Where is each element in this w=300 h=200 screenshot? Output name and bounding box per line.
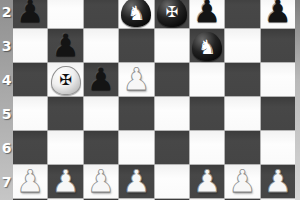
square[interactable]: ♟ [225, 165, 259, 198]
square[interactable] [13, 97, 47, 130]
square[interactable] [13, 63, 47, 96]
square[interactable] [119, 199, 153, 200]
square[interactable]: ♟ [261, 0, 295, 28]
square[interactable]: ♟ [13, 165, 47, 198]
black-knight-piece[interactable]: ♞ [192, 32, 222, 61]
square[interactable] [13, 29, 47, 62]
square[interactable] [261, 29, 295, 62]
chess-board-app: 234567 ♟♞✠♟♟♟♞✠♟♟♟♟♟♟♟♟♟ [0, 0, 300, 200]
square[interactable]: ♟ [119, 165, 153, 198]
horse-emblem-icon: ♞ [127, 3, 145, 23]
square[interactable] [119, 131, 153, 164]
square[interactable] [84, 199, 118, 200]
white-pawn-piece[interactable]: ♟ [122, 63, 150, 96]
square[interactable]: ♟ [190, 165, 224, 198]
black-knight-piece[interactable]: ♞ [121, 0, 151, 27]
square[interactable]: ♟ [84, 165, 118, 198]
chess-board: ♟♞✠♟♟♟♞✠♟♟♟♟♟♟♟♟♟ [13, 0, 295, 200]
square[interactable] [261, 131, 295, 164]
square[interactable] [48, 97, 82, 130]
white-pawn-piece[interactable]: ♟ [193, 165, 221, 198]
white-pawn-piece[interactable]: ♟ [122, 165, 150, 198]
square[interactable]: ♟ [48, 29, 82, 62]
square[interactable] [84, 0, 118, 28]
square[interactable]: ♟ [190, 0, 224, 28]
square[interactable] [155, 131, 189, 164]
rank-label-7: 7 [0, 174, 13, 190]
board-right-frame [295, 0, 300, 200]
square[interactable] [119, 29, 153, 62]
rank-label-5: 5 [0, 106, 13, 122]
white-bishop-piece[interactable]: ✠ [51, 66, 81, 95]
rank-label-4: 4 [0, 72, 13, 88]
square[interactable] [155, 199, 189, 200]
square[interactable] [155, 97, 189, 130]
square[interactable] [261, 97, 295, 130]
square[interactable] [119, 97, 153, 130]
white-pawn-piece[interactable]: ♟ [229, 165, 257, 198]
square[interactable] [225, 29, 259, 62]
square[interactable] [155, 63, 189, 96]
square[interactable] [225, 199, 259, 200]
square[interactable] [155, 165, 189, 198]
square[interactable] [225, 131, 259, 164]
black-pawn-piece[interactable]: ♟ [87, 63, 115, 96]
square[interactable] [225, 63, 259, 96]
square[interactable] [84, 131, 118, 164]
square[interactable] [84, 97, 118, 130]
square[interactable]: ♟ [13, 0, 47, 28]
square[interactable]: ♟ [48, 165, 82, 198]
black-pawn-piece[interactable]: ♟ [52, 29, 80, 62]
horse-emblem-icon: ♞ [198, 37, 216, 57]
square[interactable] [190, 199, 224, 200]
square[interactable]: ♞ [190, 29, 224, 62]
square[interactable] [225, 0, 259, 28]
square[interactable] [261, 63, 295, 96]
rank-label-2: 2 [0, 4, 13, 20]
rank-label-3: 3 [0, 38, 13, 54]
black-pawn-piece[interactable]: ♟ [16, 0, 44, 28]
square[interactable] [48, 199, 82, 200]
square[interactable] [48, 0, 82, 28]
white-pawn-piece[interactable]: ♟ [264, 165, 292, 198]
square[interactable] [84, 29, 118, 62]
square[interactable]: ✠ [48, 63, 82, 96]
cross-emblem-icon: ✠ [165, 5, 178, 20]
square[interactable]: ♟ [84, 63, 118, 96]
rank-label-6: 6 [0, 140, 13, 156]
board-viewport: ♟♞✠♟♟♟♞✠♟♟♟♟♟♟♟♟♟ [13, 0, 295, 200]
square[interactable]: ♞ [119, 0, 153, 28]
white-pawn-piece[interactable]: ♟ [87, 165, 115, 198]
square[interactable]: ♟ [119, 63, 153, 96]
square[interactable] [190, 131, 224, 164]
black-bishop-piece[interactable]: ✠ [157, 0, 187, 27]
square[interactable] [190, 63, 224, 96]
square[interactable] [261, 199, 295, 200]
black-pawn-piece[interactable]: ♟ [193, 0, 221, 28]
square[interactable] [13, 199, 47, 200]
square[interactable]: ✠ [155, 0, 189, 28]
square[interactable] [155, 29, 189, 62]
square[interactable] [190, 97, 224, 130]
white-pawn-piece[interactable]: ♟ [52, 165, 80, 198]
rank-label-strip: 234567 [0, 0, 13, 200]
square[interactable]: ♟ [261, 165, 295, 198]
black-pawn-piece[interactable]: ♟ [264, 0, 292, 28]
square[interactable] [225, 97, 259, 130]
square[interactable] [13, 131, 47, 164]
square[interactable] [48, 131, 82, 164]
cross-emblem-icon: ✠ [59, 73, 72, 88]
white-pawn-piece[interactable]: ♟ [16, 165, 44, 198]
